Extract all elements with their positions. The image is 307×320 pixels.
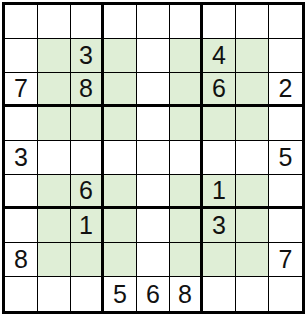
cell-r4c7-empty[interactable] — [203, 107, 236, 141]
cell-r5c8-empty[interactable] — [236, 141, 269, 175]
cell-r9c1-empty[interactable] — [5, 277, 38, 311]
cell-r8c1-given-8[interactable]: 8 — [5, 243, 38, 277]
cell-r2c9-empty[interactable] — [269, 39, 302, 73]
cell-r8c4-empty[interactable] — [104, 243, 137, 277]
cell-r3c6-empty[interactable] — [170, 73, 203, 107]
cell-r1c7-empty[interactable] — [203, 5, 236, 39]
cell-r5c5-empty[interactable] — [137, 141, 170, 175]
cell-r4c5-empty[interactable] — [137, 107, 170, 141]
sudoku-board: 34786235611387568 — [2, 2, 305, 314]
cell-r4c4-empty[interactable] — [104, 107, 137, 141]
cell-r6c6-empty[interactable] — [170, 175, 203, 209]
cell-r7c8-empty[interactable] — [236, 209, 269, 243]
cell-r8c5-empty[interactable] — [137, 243, 170, 277]
cell-r9c9-empty[interactable] — [269, 277, 302, 311]
cell-r6c7-given-1[interactable]: 1 — [203, 175, 236, 209]
cell-r1c1-empty[interactable] — [5, 5, 38, 39]
cell-r7c9-empty[interactable] — [269, 209, 302, 243]
cell-r9c3-empty[interactable] — [71, 277, 104, 311]
cell-r8c7-empty[interactable] — [203, 243, 236, 277]
cell-r6c9-empty[interactable] — [269, 175, 302, 209]
cell-r2c7-given-4[interactable]: 4 — [203, 39, 236, 73]
cell-r2c8-empty[interactable] — [236, 39, 269, 73]
cell-r9c7-empty[interactable] — [203, 277, 236, 311]
cell-r9c5-given-6[interactable]: 6 — [137, 277, 170, 311]
cell-r1c6-empty[interactable] — [170, 5, 203, 39]
cell-r5c1-given-3[interactable]: 3 — [5, 141, 38, 175]
cell-r6c1-empty[interactable] — [5, 175, 38, 209]
sudoku-page: 34786235611387568 — [0, 0, 307, 316]
cell-r7c6-empty[interactable] — [170, 209, 203, 243]
cell-r3c4-empty[interactable] — [104, 73, 137, 107]
cell-r4c2-empty[interactable] — [38, 107, 71, 141]
cell-r5c3-empty[interactable] — [71, 141, 104, 175]
cell-r3c3-given-8[interactable]: 8 — [71, 73, 104, 107]
cell-r4c3-empty[interactable] — [71, 107, 104, 141]
cell-r4c8-empty[interactable] — [236, 107, 269, 141]
cell-r7c3-given-1[interactable]: 1 — [71, 209, 104, 243]
cell-r9c2-empty[interactable] — [38, 277, 71, 311]
cell-r6c5-empty[interactable] — [137, 175, 170, 209]
cell-r4c1-empty[interactable] — [5, 107, 38, 141]
cell-r5c9-given-5[interactable]: 5 — [269, 141, 302, 175]
cell-r2c3-given-3[interactable]: 3 — [71, 39, 104, 73]
cell-r6c2-empty[interactable] — [38, 175, 71, 209]
cell-r9c6-given-8[interactable]: 8 — [170, 277, 203, 311]
cell-r7c4-empty[interactable] — [104, 209, 137, 243]
cell-r8c8-empty[interactable] — [236, 243, 269, 277]
cell-r8c3-empty[interactable] — [71, 243, 104, 277]
cell-r5c7-empty[interactable] — [203, 141, 236, 175]
cell-r6c4-empty[interactable] — [104, 175, 137, 209]
cell-r8c9-given-7[interactable]: 7 — [269, 243, 302, 277]
cell-r1c4-empty[interactable] — [104, 5, 137, 39]
cell-r9c4-given-5[interactable]: 5 — [104, 277, 137, 311]
cell-r1c5-empty[interactable] — [137, 5, 170, 39]
cell-r3c8-empty[interactable] — [236, 73, 269, 107]
cell-r6c3-given-6[interactable]: 6 — [71, 175, 104, 209]
cell-r9c8-empty[interactable] — [236, 277, 269, 311]
cell-r2c6-empty[interactable] — [170, 39, 203, 73]
cell-r3c2-empty[interactable] — [38, 73, 71, 107]
cell-r2c5-empty[interactable] — [137, 39, 170, 73]
cell-r6c8-empty[interactable] — [236, 175, 269, 209]
cell-r7c2-empty[interactable] — [38, 209, 71, 243]
cell-r3c7-given-6[interactable]: 6 — [203, 73, 236, 107]
cell-r5c6-empty[interactable] — [170, 141, 203, 175]
cell-r3c1-given-7[interactable]: 7 — [5, 73, 38, 107]
cell-r4c6-empty[interactable] — [170, 107, 203, 141]
cell-r2c1-empty[interactable] — [5, 39, 38, 73]
cell-r1c2-empty[interactable] — [38, 5, 71, 39]
cell-r2c4-empty[interactable] — [104, 39, 137, 73]
cell-r7c1-empty[interactable] — [5, 209, 38, 243]
cell-r7c7-given-3[interactable]: 3 — [203, 209, 236, 243]
cell-r2c2-empty[interactable] — [38, 39, 71, 73]
cell-r1c8-empty[interactable] — [236, 5, 269, 39]
cell-r1c3-empty[interactable] — [71, 5, 104, 39]
cell-r7c5-empty[interactable] — [137, 209, 170, 243]
cell-r1c9-empty[interactable] — [269, 5, 302, 39]
cell-r3c9-given-2[interactable]: 2 — [269, 73, 302, 107]
cell-r8c6-empty[interactable] — [170, 243, 203, 277]
cell-r5c4-empty[interactable] — [104, 141, 137, 175]
cell-r8c2-empty[interactable] — [38, 243, 71, 277]
cell-r5c2-empty[interactable] — [38, 141, 71, 175]
cell-r3c5-empty[interactable] — [137, 73, 170, 107]
cell-r4c9-empty[interactable] — [269, 107, 302, 141]
